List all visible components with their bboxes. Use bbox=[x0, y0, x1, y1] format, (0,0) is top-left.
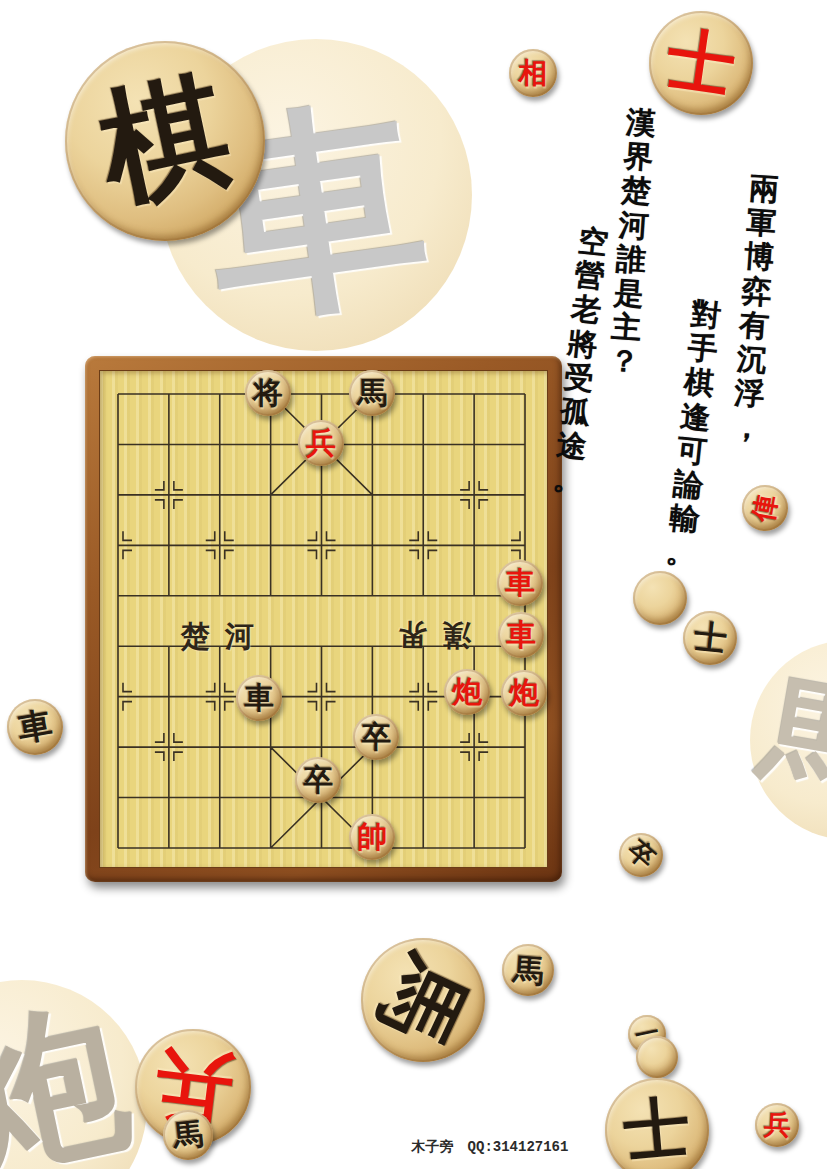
poem-character: 漢 bbox=[625, 105, 657, 141]
poem-character: ， bbox=[731, 410, 763, 446]
piece-character: 相 bbox=[519, 59, 548, 88]
piece-character: 俥 bbox=[749, 492, 780, 523]
watermark-ma-character: 馬 bbox=[752, 670, 827, 809]
river-label-han-jie: 漢界 bbox=[383, 619, 471, 650]
board-piece-black-卒: 卒 bbox=[295, 757, 341, 803]
poem-character: 老 bbox=[569, 291, 602, 328]
board-piece-red-帥: 帥 bbox=[349, 814, 395, 860]
piece-character: 士 bbox=[692, 620, 728, 656]
poem-character: 營 bbox=[573, 257, 606, 294]
blank-piece-mid bbox=[633, 571, 687, 625]
shi-red-top: 士 bbox=[649, 11, 753, 115]
poem-character: 主 bbox=[610, 310, 642, 346]
poem-character: 棋 bbox=[682, 364, 715, 401]
poem-column-3: 漢界楚河誰是主？ bbox=[608, 105, 657, 380]
poem-column-2: 對手棋逢可論輸。 bbox=[664, 296, 722, 571]
poem-character: 弈 bbox=[740, 273, 772, 309]
board-piece-black-卒: 卒 bbox=[353, 714, 399, 760]
piece-character: 棋 bbox=[90, 66, 239, 215]
piece-character: 士 bbox=[663, 25, 740, 102]
qi-logo-piece: 棋 bbox=[65, 41, 265, 241]
piece-character: 卒 bbox=[303, 765, 333, 795]
poem-character: 途 bbox=[555, 427, 588, 464]
poem-character: 兩 bbox=[748, 171, 780, 207]
board-piece-red-車: 車 bbox=[498, 612, 544, 658]
xiangqi-board-frame: 楚河 漢界 将馬兵車車炮炮車卒卒帥 bbox=[85, 356, 562, 882]
xiang-red: 相 bbox=[509, 49, 557, 97]
poem-character: 有 bbox=[738, 307, 770, 343]
poem-character: 將 bbox=[566, 325, 599, 362]
board-piece-red-炮: 炮 bbox=[444, 669, 490, 715]
shi-black-big: 士 bbox=[605, 1078, 709, 1169]
poem-character: 是 bbox=[613, 275, 645, 311]
poem-character: 河 bbox=[617, 207, 649, 243]
shi-black-mid: 士 bbox=[683, 611, 737, 665]
watermark-pao: 炮 bbox=[0, 980, 147, 1169]
ju-black-left: 車 bbox=[7, 699, 63, 755]
piece-character: 車 bbox=[15, 707, 54, 746]
artist-name: 木子旁 bbox=[412, 1138, 454, 1154]
blank-piece-small bbox=[636, 1036, 678, 1078]
piece-character: 帥 bbox=[357, 822, 387, 852]
piece-character: 炮 bbox=[509, 678, 539, 708]
piece-character: 馬 bbox=[357, 378, 387, 408]
board-piece-red-兵: 兵 bbox=[298, 420, 344, 466]
poem-character: 。 bbox=[551, 461, 584, 498]
board-piece-black-車: 車 bbox=[236, 675, 282, 721]
piece-character: 士 bbox=[621, 1094, 693, 1166]
poem-character: 界 bbox=[622, 139, 654, 175]
piece-character: 兵 bbox=[306, 428, 336, 458]
poem-character: 浮 bbox=[733, 376, 765, 412]
piece-character: 将 bbox=[253, 378, 283, 408]
ju-red-rotated: 俥 bbox=[742, 485, 788, 531]
poem-character: 手 bbox=[686, 330, 719, 367]
credit-line: 木子旁QQ:314127161 bbox=[380, 1138, 600, 1156]
poem-character: 博 bbox=[743, 239, 775, 275]
poem-character: 楚 bbox=[620, 173, 652, 209]
ma-small: 馬 bbox=[502, 944, 554, 996]
piece-character: 馬 bbox=[172, 1119, 205, 1152]
piece-character: 車 bbox=[505, 568, 535, 598]
piece-character: 馬 bbox=[511, 953, 544, 986]
poem-character: 可 bbox=[675, 432, 708, 469]
poem-character: 誰 bbox=[615, 241, 647, 277]
ma-black-bottomleft: 馬 bbox=[163, 1110, 213, 1160]
xiangqi-poster: { "game": "xiangqi (Chinese chess) — pro… bbox=[0, 0, 827, 1169]
river-label-chu-he: 楚河 bbox=[181, 622, 269, 651]
board-piece-red-車: 車 bbox=[497, 560, 543, 606]
board-piece-black-馬: 馬 bbox=[349, 370, 395, 416]
poem-character: 沉 bbox=[736, 341, 768, 377]
piece-character: 卒 bbox=[361, 722, 391, 752]
poem-character: 對 bbox=[690, 296, 723, 333]
piece-character: 車 bbox=[244, 683, 274, 713]
poem-character: 孤 bbox=[559, 393, 592, 430]
watermark-ma: 馬 bbox=[750, 640, 827, 840]
board-piece-red-炮: 炮 bbox=[501, 670, 547, 716]
poem-character: 受 bbox=[562, 359, 595, 396]
watermark-pao-character: 炮 bbox=[0, 992, 140, 1169]
piece-character: 兵 bbox=[763, 1111, 791, 1139]
piece-character: 卒 bbox=[623, 837, 660, 874]
artist-qq: QQ:314127161 bbox=[468, 1139, 569, 1155]
board-piece-black-将: 将 bbox=[245, 370, 291, 416]
piece-character: 車 bbox=[506, 620, 536, 650]
poem-character: 軍 bbox=[745, 205, 777, 241]
piece-character: 馬 bbox=[369, 946, 478, 1055]
piece-character: 炮 bbox=[452, 677, 482, 707]
poem-character: ？ bbox=[608, 344, 640, 380]
poem-character: 逢 bbox=[679, 398, 712, 435]
poem-character: 論 bbox=[672, 466, 705, 503]
poem-character: 輸 bbox=[668, 500, 701, 537]
bing-red-corner: 兵 bbox=[755, 1103, 799, 1147]
poem-character: 。 bbox=[664, 534, 697, 571]
ma-big-rotated: 馬 bbox=[361, 938, 485, 1062]
poem-character: 空 bbox=[577, 223, 610, 260]
poem-column-1: 兩軍博弈有沉浮， bbox=[731, 171, 780, 446]
zu-black-rotated: 卒 bbox=[619, 833, 663, 877]
